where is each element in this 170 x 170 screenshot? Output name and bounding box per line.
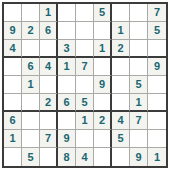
cell-r5c3[interactable] [40,76,58,94]
cell-r8c8[interactable] [130,130,148,148]
cell-r5c9[interactable] [148,76,166,94]
cell-r3c3[interactable] [40,40,58,58]
cell-r7c7[interactable]: 4 [112,112,130,130]
cell-r4c6[interactable] [94,58,112,76]
cell-r2c3[interactable]: 6 [40,22,58,40]
cell-r4c5[interactable]: 7 [76,58,94,76]
cell-r6c4[interactable]: 6 [58,94,76,112]
cell-r2c1[interactable]: 9 [4,22,22,40]
cell-r6c1[interactable] [4,94,22,112]
cell-r1c7[interactable] [112,4,130,22]
cell-r2c2[interactable]: 2 [22,22,40,40]
cell-r5c5[interactable] [76,76,94,94]
cell-r5c7[interactable] [112,76,130,94]
cell-r4c4[interactable]: 1 [58,58,76,76]
cell-r5c6[interactable]: 9 [94,76,112,94]
cell-r4c7[interactable] [112,58,130,76]
cell-r6c6[interactable] [94,94,112,112]
cell-r7c9[interactable] [148,112,166,130]
cell-r1c6[interactable]: 5 [94,4,112,22]
cell-r5c8[interactable]: 5 [130,76,148,94]
sudoku-board: 15792615431264179195265161247179558491 [2,2,168,168]
cell-r2c8[interactable] [130,22,148,40]
cell-r1c5[interactable] [76,4,94,22]
cell-r6c7[interactable] [112,94,130,112]
cell-r3c1[interactable]: 4 [4,40,22,58]
cell-r9c5[interactable]: 4 [76,148,94,166]
cell-r8c1[interactable]: 1 [4,130,22,148]
cell-r4c3[interactable]: 4 [40,58,58,76]
cell-r7c6[interactable]: 2 [94,112,112,130]
cell-r8c6[interactable] [94,130,112,148]
cell-r5c4[interactable] [58,76,76,94]
cell-r9c6[interactable] [94,148,112,166]
cell-r9c7[interactable] [112,148,130,166]
cell-r2c4[interactable] [58,22,76,40]
cell-r8c3[interactable]: 7 [40,130,58,148]
cell-r5c2[interactable]: 1 [22,76,40,94]
cell-r9c1[interactable] [4,148,22,166]
cell-r7c1[interactable]: 6 [4,112,22,130]
cell-r6c5[interactable]: 5 [76,94,94,112]
cell-r8c5[interactable] [76,130,94,148]
cell-r8c7[interactable]: 5 [112,130,130,148]
cell-r7c5[interactable]: 1 [76,112,94,130]
cell-r3c9[interactable] [148,40,166,58]
cell-r7c3[interactable] [40,112,58,130]
cell-r3c6[interactable]: 1 [94,40,112,58]
cell-r7c8[interactable]: 7 [130,112,148,130]
cell-r5c1[interactable] [4,76,22,94]
cell-r6c8[interactable]: 1 [130,94,148,112]
cell-r7c2[interactable] [22,112,40,130]
cell-r8c4[interactable]: 9 [58,130,76,148]
cell-r9c8[interactable]: 9 [130,148,148,166]
cell-r1c2[interactable] [22,4,40,22]
cell-r3c5[interactable] [76,40,94,58]
cell-r4c9[interactable]: 9 [148,58,166,76]
cell-r9c4[interactable]: 8 [58,148,76,166]
cell-r3c2[interactable] [22,40,40,58]
cell-r1c9[interactable]: 7 [148,4,166,22]
cell-r9c9[interactable]: 1 [148,148,166,166]
cell-r9c3[interactable] [40,148,58,166]
cell-r9c2[interactable]: 5 [22,148,40,166]
cell-r3c7[interactable]: 2 [112,40,130,58]
cell-r6c3[interactable]: 2 [40,94,58,112]
cell-r2c5[interactable] [76,22,94,40]
cell-r1c1[interactable] [4,4,22,22]
cell-r2c9[interactable]: 5 [148,22,166,40]
cell-r2c7[interactable]: 1 [112,22,130,40]
cell-r1c3[interactable]: 1 [40,4,58,22]
cell-r7c4[interactable] [58,112,76,130]
cell-r8c2[interactable] [22,130,40,148]
sudoku-board-wrapper: 15792615431264179195265161247179558491 [0,0,170,170]
cell-r8c9[interactable] [148,130,166,148]
cell-r1c4[interactable] [58,4,76,22]
cell-r6c9[interactable] [148,94,166,112]
cell-r3c4[interactable]: 3 [58,40,76,58]
cell-r2c6[interactable] [94,22,112,40]
cell-r1c8[interactable] [130,4,148,22]
cell-r4c8[interactable] [130,58,148,76]
cell-r4c2[interactable]: 6 [22,58,40,76]
cell-r6c2[interactable] [22,94,40,112]
cell-r3c8[interactable] [130,40,148,58]
cell-r4c1[interactable] [4,58,22,76]
